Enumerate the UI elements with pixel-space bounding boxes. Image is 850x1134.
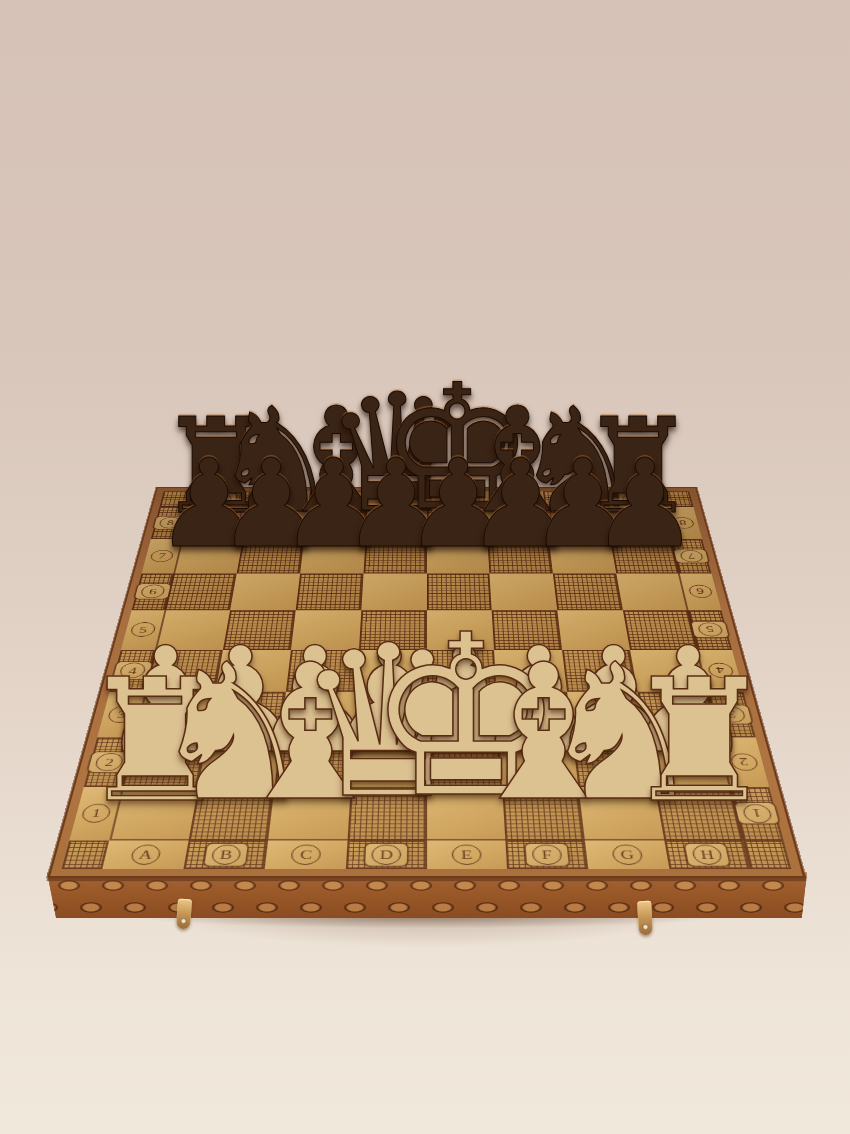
file-label-bottom-h-cell: H — [665, 841, 751, 870]
piece-black-pawn-h7[interactable]: ♟ — [590, 443, 699, 565]
photo-scene: ABCDEFGH8877665544332211ABCDEFGH ♜♞♝♛♚♝♞… — [0, 0, 850, 1134]
square-a6[interactable] — [164, 573, 236, 610]
border-corner — [744, 841, 791, 870]
file-label-bottom-b-cell: B — [183, 841, 268, 870]
border-corner — [62, 841, 109, 870]
file-label-bottom-b: B — [210, 845, 242, 866]
square-b6[interactable] — [230, 573, 300, 610]
file-label-bottom-e: E — [452, 845, 482, 866]
file-label-bottom-g-cell: G — [585, 841, 670, 870]
clasp-icon — [637, 901, 653, 936]
piece-white-rook-h1[interactable]: ♜ — [623, 656, 775, 826]
file-label-bottom-h: H — [691, 845, 724, 866]
coordinate-window: B — [204, 844, 248, 866]
file-label-bottom-c: C — [291, 845, 322, 866]
file-label-bottom-a: A — [129, 845, 162, 866]
rank-label-left-6: 6 — [139, 585, 166, 598]
file-label-bottom-d: D — [372, 845, 402, 866]
coordinate-window: 6 — [135, 584, 171, 598]
rank-label-right-6: 6 — [687, 585, 714, 598]
clasp-hole — [642, 924, 648, 930]
file-label-bottom-g: G — [611, 845, 643, 866]
file-label-bottom-f: F — [532, 845, 563, 866]
clasp-hole — [180, 918, 186, 924]
square-h6[interactable] — [617, 573, 689, 610]
file-label-bottom-a-cell: A — [102, 841, 188, 870]
clasp-icon — [176, 899, 192, 930]
board-front-edge — [47, 872, 807, 918]
coordinate-window: H — [685, 844, 730, 866]
